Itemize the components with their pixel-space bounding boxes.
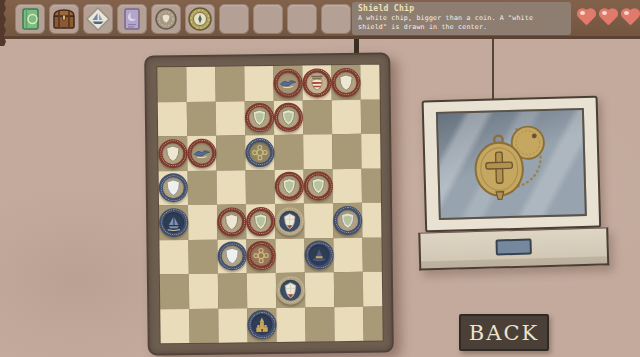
board-cell[interactable] [188,170,217,205]
board-cell[interactable] [217,170,246,205]
board-cell[interactable] [362,168,381,203]
game-board [144,53,394,356]
board-cell[interactable] [159,170,188,205]
chip-rc[interactable] [302,68,331,97]
board-cell[interactable] [334,306,363,341]
board-cell[interactable] [275,238,304,273]
board-cell[interactable] [305,307,334,342]
tooltip-body: A white chip, bigger than a coin. A "whi… [358,14,565,31]
chip-rb[interactable] [187,138,216,167]
board-cell[interactable] [186,67,215,102]
chip-rs[interactable] [217,207,246,236]
chip-rs[interactable] [331,68,360,97]
board-cell[interactable] [333,203,362,238]
board-cell[interactable] [362,237,381,272]
board-cell[interactable] [333,237,362,272]
back-button-label: BACK [469,321,539,345]
board-cell[interactable] [246,169,275,204]
chip-rg[interactable] [275,172,304,201]
chip-rg[interactable] [246,207,275,236]
chip-bp[interactable] [159,208,188,237]
green-journal-icon [17,6,43,32]
board-cell[interactable] [273,66,302,101]
board-cell[interactable] [244,66,273,101]
game-screen: Shield Chip A white chip, bigger than a … [0,0,640,357]
board-cell[interactable] [332,134,361,169]
heart-icon [598,7,619,27]
board-cell[interactable] [216,101,245,136]
board-cell[interactable] [245,135,274,170]
board-cell[interactable] [276,307,305,342]
chip-bt[interactable] [247,310,276,339]
inventory-slot-empty[interactable] [321,4,351,34]
inventory-slot-empty[interactable] [253,4,283,34]
board-cell[interactable] [333,168,362,203]
board-cell[interactable] [360,65,379,100]
board-cell[interactable] [303,134,332,169]
board-cell[interactable] [275,204,304,239]
inventory-slot-treasure-chest[interactable] [49,4,79,34]
chip-bg[interactable] [333,206,362,235]
chip-rb[interactable] [273,68,302,97]
chip-ws[interactable] [276,275,305,304]
board-cell[interactable] [188,239,217,274]
board-cell[interactable] [159,239,188,274]
chip-bs[interactable] [217,242,246,271]
chip-bo[interactable] [245,138,274,167]
purple-card-icon [119,6,145,32]
board-cell[interactable] [361,99,380,134]
board-cell[interactable] [158,101,187,136]
board-cell[interactable] [217,239,246,274]
board-cell[interactable] [304,238,333,273]
board-cell[interactable] [276,273,305,308]
board-cell[interactable] [246,204,275,239]
display-case-drawer [418,227,609,270]
board-cell[interactable] [275,169,304,204]
board-cell[interactable] [160,308,189,343]
inventory-slot-empty[interactable] [287,4,317,34]
board-cell[interactable] [158,136,187,171]
inventory-slot-round-chip[interactable] [151,4,181,34]
health-hearts [576,7,640,27]
heart-icon [576,7,597,27]
chip-rg[interactable] [274,103,303,132]
board-cell[interactable] [274,135,303,170]
board-cell[interactable] [303,100,332,135]
board-cell[interactable] [304,203,333,238]
inventory-slot-empty[interactable] [219,4,249,34]
display-case-glass [436,108,587,220]
board-cell[interactable] [305,272,334,307]
treasure-chest-icon [51,6,77,32]
case-hanging-wire [492,39,494,105]
chip-ro[interactable] [246,241,275,270]
inventory-slot-sailboat-badge[interactable] [83,4,113,34]
board-cell[interactable] [247,273,276,308]
board-cell[interactable] [331,65,360,100]
board-cell[interactable] [247,307,276,342]
drawer-handle [495,238,531,255]
inventory-slot-purple-card[interactable] [117,4,147,34]
board-cell[interactable] [159,205,188,240]
inventory-slot-compass[interactable] [185,4,215,34]
board-cell[interactable] [245,100,274,135]
board-cell[interactable] [218,273,247,308]
sailboat-badge-icon [85,6,111,32]
board-cell[interactable] [274,100,303,135]
board-cell[interactable] [332,99,361,134]
board-cell[interactable] [363,306,382,341]
chip-bh[interactable] [304,240,333,269]
board-cell[interactable] [216,135,245,170]
board-cell[interactable] [189,274,218,309]
tooltip-title: Shield Chip [358,4,565,14]
board-cell[interactable] [189,308,218,343]
display-case-frame [422,96,602,233]
chip-rg[interactable] [304,171,333,200]
heart-icon [620,7,640,27]
board-cell[interactable] [218,308,247,343]
board-cell[interactable] [334,272,363,307]
board-cell[interactable] [187,101,216,136]
board-cell[interactable] [215,66,244,101]
board-cell[interactable] [157,67,186,102]
chip-rg[interactable] [245,103,274,132]
board-cell[interactable] [188,205,217,240]
round-chip-icon [153,6,179,32]
board-cell[interactable] [160,274,189,309]
board-cell[interactable] [361,134,380,169]
board-cell[interactable] [363,272,382,307]
board-cell[interactable] [217,204,246,239]
back-button[interactable]: BACK [459,314,549,351]
chip-ws[interactable] [275,206,304,235]
compass-icon [187,6,213,32]
board-cell[interactable] [302,65,331,100]
board-cell[interactable] [362,203,381,238]
display-case [422,96,603,277]
chip-rs[interactable] [158,139,187,168]
inventory-slots [15,4,351,34]
board-cell[interactable] [304,169,333,204]
board-cell[interactable] [246,238,275,273]
board-grid [156,64,383,345]
inventory-slot-green-journal[interactable] [15,4,45,34]
pendant-medallion [438,110,585,218]
chip-bs[interactable] [159,173,188,202]
item-tooltip: Shield Chip A white chip, bigger than a … [352,2,571,35]
board-cell[interactable] [187,136,216,171]
